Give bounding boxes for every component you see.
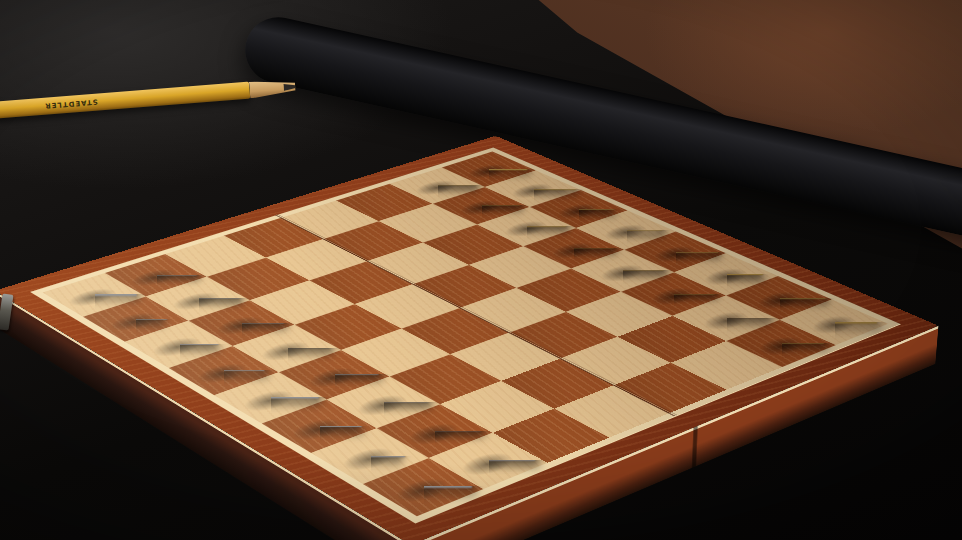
pencil: STAEDTLER bbox=[0, 82, 250, 120]
pencil-brand-text: STAEDTLER bbox=[44, 98, 98, 110]
photo-scene: STAEDTLER ♜♟♟♜♞♟♟♞♝♟♟♝♛♟♟♛♚♟♟♚♝♟♟♝♞♟♟♞♜♟… bbox=[0, 0, 962, 540]
square-h8[interactable]: ♜ bbox=[363, 458, 484, 516]
